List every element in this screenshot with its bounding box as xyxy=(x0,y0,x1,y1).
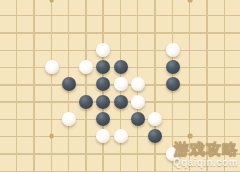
stone-black xyxy=(148,129,162,143)
star-point xyxy=(188,134,193,139)
stone-white xyxy=(79,60,93,74)
stone-white xyxy=(166,147,180,161)
stone-black xyxy=(96,112,110,126)
stone-white xyxy=(131,95,145,109)
stone-white xyxy=(45,60,59,74)
stone-white xyxy=(62,112,76,126)
gomoku-board[interactable]: 游戏攻略 Qqaiqin.com xyxy=(0,0,240,172)
board-stone-grid[interactable] xyxy=(8,7,233,172)
stone-white xyxy=(96,43,110,57)
stone-black xyxy=(131,112,145,126)
stone-black xyxy=(96,77,110,91)
stone-white xyxy=(166,43,180,57)
stone-black xyxy=(114,60,128,74)
stone-black xyxy=(79,95,93,109)
stone-white xyxy=(96,129,110,143)
stone-black xyxy=(166,60,180,74)
stone-black xyxy=(96,95,110,109)
stone-black xyxy=(62,77,76,91)
star-point xyxy=(188,0,193,2)
stone-white xyxy=(131,77,145,91)
stone-black xyxy=(114,95,128,109)
stone-white xyxy=(114,129,128,143)
star-point xyxy=(49,134,54,139)
stone-white xyxy=(148,112,162,126)
star-point xyxy=(49,0,54,2)
stone-white xyxy=(114,77,128,91)
stone-black xyxy=(96,60,110,74)
stone-black xyxy=(166,77,180,91)
